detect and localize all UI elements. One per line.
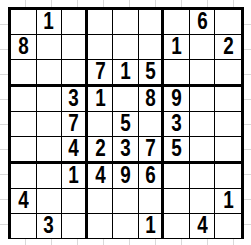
given-digit: 7 <box>68 112 78 136</box>
cell-r3c7[interactable] <box>164 60 190 87</box>
given-digit: 9 <box>171 87 181 111</box>
cell-r7c6[interactable]: 6 <box>139 164 165 189</box>
cell-r1c2[interactable]: 1 <box>37 10 63 35</box>
cell-r3c5[interactable]: 1 <box>113 60 139 87</box>
given-digit: 1 <box>44 10 54 34</box>
given-digit: 1 <box>95 87 105 111</box>
cell-r7c2[interactable] <box>37 164 63 189</box>
given-digit: 8 <box>145 87 155 111</box>
cell-r5c9[interactable] <box>215 112 241 137</box>
cell-r8c8[interactable] <box>190 189 216 214</box>
cell-r3c6[interactable]: 5 <box>139 60 165 87</box>
cell-r2c9[interactable]: 2 <box>215 35 241 60</box>
cell-r8c4[interactable] <box>88 189 114 214</box>
cell-r1c6[interactable] <box>139 10 165 35</box>
cell-r1c3[interactable] <box>62 10 88 35</box>
cell-r3c9[interactable] <box>215 60 241 87</box>
cell-r9c7[interactable] <box>164 214 190 238</box>
cell-r1c8[interactable]: 6 <box>190 10 216 35</box>
cell-r6c7[interactable]: 5 <box>164 137 190 164</box>
cell-r8c6[interactable] <box>139 189 165 214</box>
cell-r7c5[interactable]: 9 <box>113 164 139 189</box>
cell-r5c5[interactable]: 5 <box>113 112 139 137</box>
cell-r9c8[interactable]: 4 <box>190 214 216 238</box>
cell-r8c5[interactable] <box>113 189 139 214</box>
cell-r8c2[interactable] <box>37 189 63 214</box>
cell-r8c3[interactable] <box>62 189 88 214</box>
cell-r4c3[interactable]: 3 <box>62 87 88 112</box>
cell-r7c4[interactable]: 4 <box>88 164 114 189</box>
given-digit: 3 <box>44 214 54 238</box>
given-digit: 1 <box>120 60 130 84</box>
given-digit: 7 <box>145 137 155 161</box>
cell-r7c8[interactable] <box>190 164 216 189</box>
cell-r3c2[interactable] <box>37 60 63 87</box>
cell-r6c1[interactable] <box>11 137 37 164</box>
cell-r2c7[interactable]: 1 <box>164 35 190 60</box>
given-digit: 4 <box>95 164 105 188</box>
cell-r6c4[interactable]: 2 <box>88 137 114 164</box>
given-digit: 3 <box>120 137 130 161</box>
given-digit: 3 <box>68 87 78 111</box>
cell-r6c8[interactable] <box>190 137 216 164</box>
sudoku-board: 16812715318975342375149641314 <box>8 7 244 239</box>
given-digit: 8 <box>18 35 28 59</box>
cell-r8c9[interactable]: 1 <box>215 189 241 214</box>
given-digit: 6 <box>197 10 207 34</box>
given-digit: 4 <box>68 137 78 161</box>
cell-r6c2[interactable] <box>37 137 63 164</box>
cell-r4c8[interactable] <box>190 87 216 112</box>
given-digit: 7 <box>95 60 105 84</box>
given-digit: 9 <box>120 164 130 188</box>
given-digit: 4 <box>18 189 28 213</box>
cell-r5c4[interactable] <box>88 112 114 137</box>
cell-r8c1[interactable]: 4 <box>11 189 37 214</box>
given-digit: 5 <box>120 112 130 136</box>
cell-r9c4[interactable] <box>88 214 114 238</box>
cell-r2c4[interactable] <box>88 35 114 60</box>
cell-r3c8[interactable] <box>190 60 216 87</box>
cell-r2c1[interactable]: 8 <box>11 35 37 60</box>
cell-r4c1[interactable] <box>11 87 37 112</box>
cell-r4c4[interactable]: 1 <box>88 87 114 112</box>
cell-r9c6[interactable]: 1 <box>139 214 165 238</box>
given-digit: 1 <box>68 164 78 188</box>
cell-r5c8[interactable] <box>190 112 216 137</box>
cell-r8c7[interactable] <box>164 189 190 214</box>
given-digit: 4 <box>197 214 207 238</box>
cell-r2c2[interactable] <box>37 35 63 60</box>
cell-r5c7[interactable]: 3 <box>164 112 190 137</box>
cell-r1c4[interactable] <box>88 10 114 35</box>
cell-r2c6[interactable] <box>139 35 165 60</box>
given-digit: 1 <box>145 214 155 238</box>
cell-r2c8[interactable] <box>190 35 216 60</box>
cell-r6c9[interactable] <box>215 137 241 164</box>
cell-r1c7[interactable] <box>164 10 190 35</box>
cell-r4c5[interactable] <box>113 87 139 112</box>
cell-r6c5[interactable]: 3 <box>113 137 139 164</box>
cell-r4c9[interactable] <box>215 87 241 112</box>
given-digit: 5 <box>171 137 181 161</box>
cell-r7c3[interactable]: 1 <box>62 164 88 189</box>
cell-r2c5[interactable] <box>113 35 139 60</box>
cell-r2c3[interactable] <box>62 35 88 60</box>
cell-r9c9[interactable] <box>215 214 241 238</box>
cell-r3c3[interactable] <box>62 60 88 87</box>
cell-r7c9[interactable] <box>215 164 241 189</box>
cell-r4c2[interactable] <box>37 87 63 112</box>
given-digit: 6 <box>145 164 155 188</box>
cell-r9c2[interactable]: 3 <box>37 214 63 238</box>
given-digit: 1 <box>171 35 181 59</box>
cell-r6c6[interactable]: 7 <box>139 137 165 164</box>
given-digit: 2 <box>223 35 233 59</box>
cell-r5c1[interactable] <box>11 112 37 137</box>
cell-r5c2[interactable] <box>37 112 63 137</box>
given-digit: 1 <box>223 189 233 213</box>
cell-r1c9[interactable] <box>215 10 241 35</box>
cell-r3c4[interactable]: 7 <box>88 60 114 87</box>
cell-r4c7[interactable]: 9 <box>164 87 190 112</box>
cell-r9c3[interactable] <box>62 214 88 238</box>
cell-r3c1[interactable] <box>11 60 37 87</box>
cell-r6c3[interactable]: 4 <box>62 137 88 164</box>
cell-r4c6[interactable]: 8 <box>139 87 165 112</box>
cell-r7c1[interactable] <box>11 164 37 189</box>
cell-r7c7[interactable] <box>164 164 190 189</box>
given-digit: 3 <box>171 112 181 136</box>
cell-r5c6[interactable] <box>139 112 165 137</box>
cell-r9c5[interactable] <box>113 214 139 238</box>
cell-r5c3[interactable]: 7 <box>62 112 88 137</box>
cell-r9c1[interactable] <box>11 214 37 238</box>
cell-r1c5[interactable] <box>113 10 139 35</box>
given-digit: 5 <box>145 60 155 84</box>
given-digit: 2 <box>95 137 105 161</box>
cell-r1c1[interactable] <box>11 10 37 35</box>
